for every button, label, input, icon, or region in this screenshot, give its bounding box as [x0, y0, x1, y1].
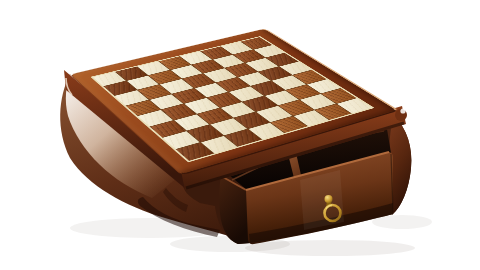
- floor-shadow-drawer: [245, 240, 415, 256]
- floor-shadow-right: [372, 215, 432, 229]
- scene: [0, 0, 480, 270]
- rim-right-highlight: [400, 108, 405, 113]
- board-grid: [93, 37, 372, 161]
- chessboard-anchor: [109, 0, 349, 212]
- board-inlay-line: [90, 36, 374, 162]
